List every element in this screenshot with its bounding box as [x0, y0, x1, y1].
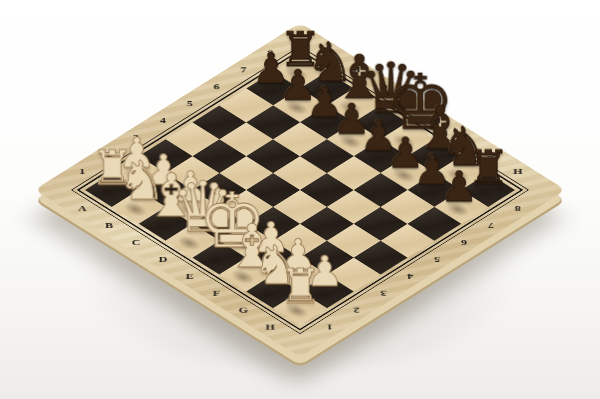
product-photo: ♜♞♝♛♚♝♞♜♟♟♟♟♟♟♟♟♟♟♟♟♟♟♟♟♜♞♝♛♚♝♞♜ AABBCCD… — [0, 0, 600, 399]
piece-white-rook[interactable]: ♜ — [279, 262, 317, 310]
square-g5[interactable] — [354, 207, 408, 241]
rank-label-right-2: 2 — [347, 304, 367, 317]
file-label-bottom-d: D — [153, 253, 173, 266]
rank-label-left-4: 4 — [153, 114, 173, 127]
rank-label-right-5: 5 — [427, 253, 447, 266]
file-label-bottom-a: A — [72, 202, 92, 215]
rank-label-right-8: 8 — [508, 202, 528, 215]
rank-label-right-6: 6 — [454, 236, 474, 249]
rank-label-right-1: 1 — [320, 321, 340, 334]
rank-label-right-3: 3 — [373, 287, 393, 300]
file-label-bottom-e: E — [180, 270, 200, 283]
rank-label-right-4: 4 — [400, 270, 420, 283]
rank-label-left-5: 5 — [180, 97, 200, 110]
rank-label-left-7: 7 — [233, 64, 253, 77]
file-label-bottom-b: B — [99, 219, 119, 232]
rank-label-left-1: 1 — [72, 165, 92, 178]
rank-label-left-6: 6 — [207, 80, 227, 93]
file-label-bottom-g: G — [233, 304, 253, 317]
file-label-bottom-c: C — [126, 236, 146, 249]
piece-black-pawn[interactable]: ♟ — [440, 166, 478, 208]
file-label-top-h: H — [508, 165, 528, 178]
file-label-bottom-h: H — [260, 321, 280, 334]
rank-label-right-7: 7 — [481, 219, 501, 232]
square-h1[interactable]: ♜ — [273, 291, 327, 325]
file-label-bottom-f: F — [207, 287, 227, 300]
